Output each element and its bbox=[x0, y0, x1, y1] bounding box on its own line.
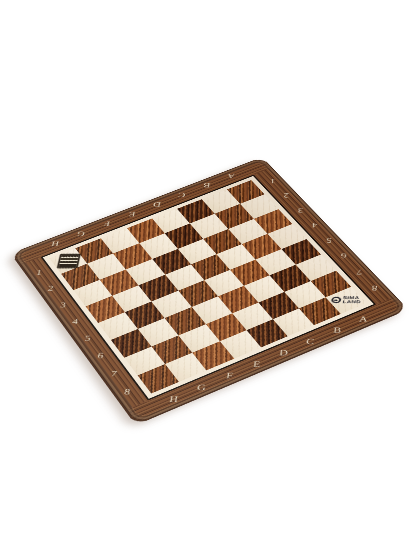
playing-field: SIMALAND bbox=[41, 175, 377, 401]
file-label-f-far: F bbox=[103, 221, 110, 228]
file-label-e-near: E bbox=[253, 360, 261, 368]
file-label-e-far: E bbox=[128, 211, 136, 218]
file-label-a-far: A bbox=[227, 173, 235, 179]
brand-crest-logo bbox=[56, 254, 80, 269]
file-label-c-far: C bbox=[178, 192, 186, 199]
rank-label-6-near: 6 bbox=[97, 352, 104, 360]
file-label-b-far: B bbox=[203, 182, 211, 189]
rank-label-4-near: 4 bbox=[72, 317, 79, 325]
rank-label-3-far: 3 bbox=[297, 207, 303, 214]
rank-label-3-near: 3 bbox=[59, 301, 66, 308]
file-label-b-near: B bbox=[333, 326, 341, 334]
rank-label-8-near: 8 bbox=[124, 387, 131, 395]
photo-background: SIMALAND 1122334455667788AABBCCDDEEFFGGH… bbox=[0, 0, 420, 560]
rank-label-1-far: 1 bbox=[270, 178, 276, 185]
file-label-f-near: F bbox=[226, 371, 234, 379]
rank-label-6-far: 6 bbox=[341, 253, 347, 260]
file-label-c-near: C bbox=[306, 337, 314, 345]
rank-label-4-far: 4 bbox=[312, 222, 318, 229]
file-label-h-near: H bbox=[169, 395, 179, 403]
sima-land-wordmark: SIMALAND bbox=[342, 296, 361, 304]
rank-label-7-far: 7 bbox=[356, 268, 362, 275]
rank-label-7-near: 7 bbox=[110, 369, 117, 377]
chessboard: SIMALAND 1122334455667788AABBCCDDEEFFGGH… bbox=[12, 157, 408, 424]
file-label-d-near: D bbox=[279, 349, 288, 357]
file-label-g-near: G bbox=[197, 383, 207, 391]
sima-land-logo: SIMALAND bbox=[331, 296, 361, 304]
rank-label-2-far: 2 bbox=[283, 192, 289, 199]
file-label-a-near: A bbox=[359, 315, 368, 323]
file-label-d-far: D bbox=[153, 201, 162, 208]
board-frame: SIMALAND 1122334455667788AABBCCDDEEFFGGH… bbox=[12, 157, 408, 424]
rank-label-8-far: 8 bbox=[371, 285, 377, 292]
rank-label-5-far: 5 bbox=[326, 237, 332, 244]
sima-land-circle-icon bbox=[331, 297, 341, 303]
rank-label-5-near: 5 bbox=[84, 334, 91, 342]
